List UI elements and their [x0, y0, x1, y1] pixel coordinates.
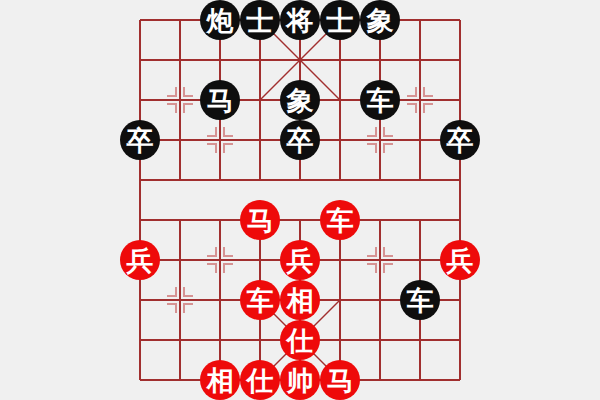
piece-red-general[interactable]: 帅: [280, 360, 320, 400]
point-6-8[interactable]: [360, 320, 400, 360]
point-5-1[interactable]: [320, 40, 360, 80]
point-1-2[interactable]: [160, 80, 200, 120]
point-1-1[interactable]: [160, 40, 200, 80]
piece-black-elephant[interactable]: 象: [280, 80, 320, 120]
point-8-2[interactable]: [440, 80, 480, 120]
point-8-0[interactable]: [440, 0, 480, 40]
point-2-6[interactable]: [200, 240, 240, 280]
piece-red-chariot[interactable]: 车: [240, 280, 280, 320]
point-6-9[interactable]: [360, 360, 400, 400]
point-1-5[interactable]: [160, 200, 200, 240]
point-2-8[interactable]: [200, 320, 240, 360]
piece-red-elephant[interactable]: 相: [200, 360, 240, 400]
point-1-0[interactable]: [160, 0, 200, 40]
point-7-9[interactable]: [400, 360, 440, 400]
point-1-8[interactable]: [160, 320, 200, 360]
point-3-8[interactable]: [240, 320, 280, 360]
piece-red-advisor[interactable]: 仕: [280, 320, 320, 360]
point-6-3[interactable]: [360, 120, 400, 160]
piece-black-general[interactable]: 将: [280, 0, 320, 40]
point-0-2[interactable]: [120, 80, 160, 120]
point-2-7[interactable]: [200, 280, 240, 320]
piece-red-soldier[interactable]: 兵: [120, 240, 160, 280]
point-2-1[interactable]: [200, 40, 240, 80]
point-5-4[interactable]: [320, 160, 360, 200]
point-0-1[interactable]: [120, 40, 160, 80]
point-3-1[interactable]: [240, 40, 280, 80]
point-3-3[interactable]: [240, 120, 280, 160]
point-6-5[interactable]: [360, 200, 400, 240]
board-grid: 炮士将士象马象车卒卒卒马车兵兵兵车相车仕相仕帅马: [120, 0, 480, 400]
point-8-7[interactable]: [440, 280, 480, 320]
point-0-4[interactable]: [120, 160, 160, 200]
point-7-5[interactable]: [400, 200, 440, 240]
point-2-5[interactable]: [200, 200, 240, 240]
piece-red-soldier[interactable]: 兵: [280, 240, 320, 280]
point-8-4[interactable]: [440, 160, 480, 200]
point-5-6[interactable]: [320, 240, 360, 280]
point-6-1[interactable]: [360, 40, 400, 80]
piece-red-horse[interactable]: 马: [320, 360, 360, 400]
point-7-3[interactable]: [400, 120, 440, 160]
piece-black-elephant[interactable]: 象: [360, 0, 400, 40]
point-7-2[interactable]: [400, 80, 440, 120]
piece-black-advisor[interactable]: 士: [320, 0, 360, 40]
point-0-5[interactable]: [120, 200, 160, 240]
piece-black-soldier[interactable]: 卒: [440, 120, 480, 160]
point-1-9[interactable]: [160, 360, 200, 400]
point-7-1[interactable]: [400, 40, 440, 80]
point-8-1[interactable]: [440, 40, 480, 80]
point-7-0[interactable]: [400, 0, 440, 40]
point-8-8[interactable]: [440, 320, 480, 360]
point-3-2[interactable]: [240, 80, 280, 120]
point-5-2[interactable]: [320, 80, 360, 120]
xiangqi-board: 炮士将士象马象车卒卒卒马车兵兵兵车相车仕相仕帅马: [0, 0, 600, 400]
point-2-3[interactable]: [200, 120, 240, 160]
piece-black-chariot[interactable]: 车: [400, 280, 440, 320]
point-3-4[interactable]: [240, 160, 280, 200]
point-3-6[interactable]: [240, 240, 280, 280]
piece-black-chariot[interactable]: 车: [360, 80, 400, 120]
piece-red-elephant[interactable]: 相: [280, 280, 320, 320]
point-4-1[interactable]: [280, 40, 320, 80]
point-0-9[interactable]: [120, 360, 160, 400]
point-1-6[interactable]: [160, 240, 200, 280]
point-4-4[interactable]: [280, 160, 320, 200]
point-5-7[interactable]: [320, 280, 360, 320]
piece-black-advisor[interactable]: 士: [240, 0, 280, 40]
point-5-3[interactable]: [320, 120, 360, 160]
piece-black-horse[interactable]: 马: [200, 80, 240, 120]
point-6-6[interactable]: [360, 240, 400, 280]
point-0-8[interactable]: [120, 320, 160, 360]
point-7-8[interactable]: [400, 320, 440, 360]
point-6-7[interactable]: [360, 280, 400, 320]
point-0-0[interactable]: [120, 0, 160, 40]
point-2-4[interactable]: [200, 160, 240, 200]
point-1-7[interactable]: [160, 280, 200, 320]
point-6-4[interactable]: [360, 160, 400, 200]
piece-black-cannon[interactable]: 炮: [200, 0, 240, 40]
point-7-4[interactable]: [400, 160, 440, 200]
piece-black-soldier[interactable]: 卒: [120, 120, 160, 160]
point-5-8[interactable]: [320, 320, 360, 360]
piece-red-advisor[interactable]: 仕: [240, 360, 280, 400]
piece-red-soldier[interactable]: 兵: [440, 240, 480, 280]
point-8-9[interactable]: [440, 360, 480, 400]
point-0-7[interactable]: [120, 280, 160, 320]
point-8-5[interactable]: [440, 200, 480, 240]
point-1-3[interactable]: [160, 120, 200, 160]
point-7-6[interactable]: [400, 240, 440, 280]
piece-red-horse[interactable]: 马: [240, 200, 280, 240]
piece-black-soldier[interactable]: 卒: [280, 120, 320, 160]
point-1-4[interactable]: [160, 160, 200, 200]
point-4-5[interactable]: [280, 200, 320, 240]
piece-red-chariot[interactable]: 车: [320, 200, 360, 240]
